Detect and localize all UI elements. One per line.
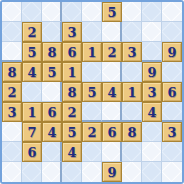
cell-r5c2[interactable] (22, 82, 42, 102)
cell-r7c5[interactable]: 2 (82, 122, 102, 142)
cell-r9c5[interactable] (82, 162, 102, 182)
cell-r8c8[interactable] (142, 142, 162, 162)
cell-r5c4[interactable]: 8 (62, 82, 82, 102)
cell-r9c3[interactable] (42, 162, 62, 182)
given-digit: 5 (87, 86, 96, 99)
given-digit: 6 (27, 146, 36, 159)
cell-r1c3[interactable] (42, 2, 62, 22)
cell-r7c6[interactable]: 6 (102, 122, 122, 142)
cell-r6c1[interactable]: 3 (2, 102, 22, 122)
given-digit: 1 (27, 106, 36, 119)
cell-r8c9[interactable] (162, 142, 182, 162)
cell-r8c1[interactable] (2, 142, 22, 162)
given-digit: 4 (107, 86, 116, 99)
cell-r5c5[interactable]: 5 (82, 82, 102, 102)
cell-r1c2[interactable] (22, 2, 42, 22)
cell-r5c6[interactable]: 4 (102, 82, 122, 102)
cell-r9c9[interactable] (162, 162, 182, 182)
cell-r2c1[interactable] (2, 22, 22, 42)
given-digit: 2 (27, 26, 36, 39)
cell-r2c9[interactable] (162, 22, 182, 42)
given-digit: 2 (67, 106, 76, 119)
cell-r9c8[interactable] (142, 162, 162, 182)
cell-r2c3[interactable] (42, 22, 62, 42)
given-digit: 3 (167, 126, 176, 139)
cell-r6c4[interactable]: 2 (62, 102, 82, 122)
given-digit: 2 (107, 46, 116, 59)
cell-r4c6[interactable] (102, 62, 122, 82)
cell-r2c4[interactable]: 3 (62, 22, 82, 42)
cell-r5c8[interactable]: 3 (142, 82, 162, 102)
cell-r9c4[interactable] (62, 162, 82, 182)
cell-r1c9[interactable] (162, 2, 182, 22)
given-digit: 1 (87, 46, 96, 59)
given-digit: 4 (67, 146, 76, 159)
sudoku-app: 5235861239845192854136316247452683649 (0, 0, 184, 184)
given-digit: 9 (167, 46, 176, 59)
cell-r7c7[interactable]: 8 (122, 122, 142, 142)
cell-r6c9[interactable] (162, 102, 182, 122)
cell-r8c2[interactable]: 6 (22, 142, 42, 162)
cell-r9c6[interactable]: 9 (102, 162, 122, 182)
cell-r6c8[interactable]: 4 (142, 102, 162, 122)
cell-r4c5[interactable] (82, 62, 102, 82)
cell-r2c7[interactable] (122, 22, 142, 42)
cell-r3c3[interactable]: 8 (42, 42, 62, 62)
cell-r6c3[interactable]: 6 (42, 102, 62, 122)
cell-r8c5[interactable] (82, 142, 102, 162)
cell-r3c2[interactable]: 5 (22, 42, 42, 62)
cell-r7c9[interactable]: 3 (162, 122, 182, 142)
cell-r3c4[interactable]: 6 (62, 42, 82, 62)
cell-r9c7[interactable] (122, 162, 142, 182)
given-digit: 6 (67, 46, 76, 59)
given-digit: 4 (147, 106, 156, 119)
cell-r9c1[interactable] (2, 162, 22, 182)
given-digit: 1 (67, 66, 76, 79)
given-digit: 8 (47, 46, 56, 59)
cell-r1c6[interactable]: 5 (102, 2, 122, 22)
given-digit: 5 (47, 66, 56, 79)
cell-r1c1[interactable] (2, 2, 22, 22)
cell-r8c7[interactable] (122, 142, 142, 162)
cell-r3c9[interactable]: 9 (162, 42, 182, 62)
cell-r4c7[interactable] (122, 62, 142, 82)
given-digit: 3 (127, 46, 136, 59)
given-digit: 5 (67, 126, 76, 139)
cell-r6c2[interactable]: 1 (22, 102, 42, 122)
cell-r4c1[interactable]: 8 (2, 62, 22, 82)
given-digit: 5 (107, 6, 116, 19)
cell-r5c1[interactable]: 2 (2, 82, 22, 102)
given-digit: 1 (127, 86, 136, 99)
given-digit: 2 (87, 126, 96, 139)
cell-r8c4[interactable]: 4 (62, 142, 82, 162)
cell-r2c5[interactable] (82, 22, 102, 42)
cell-r2c6[interactable] (102, 22, 122, 42)
cell-r4c4[interactable]: 1 (62, 62, 82, 82)
cell-r1c4[interactable] (62, 2, 82, 22)
given-digit: 8 (7, 66, 16, 79)
sudoku-board: 5235861239845192854136316247452683649 (0, 0, 184, 184)
given-digit: 9 (107, 166, 116, 179)
cell-r2c2[interactable]: 2 (22, 22, 42, 42)
cell-r1c8[interactable] (142, 2, 162, 22)
cell-r3c5[interactable]: 1 (82, 42, 102, 62)
cell-r2c8[interactable] (142, 22, 162, 42)
given-digit: 6 (167, 86, 176, 99)
cell-r4c3[interactable]: 5 (42, 62, 62, 82)
cell-r8c6[interactable] (102, 142, 122, 162)
given-digit: 4 (47, 126, 56, 139)
given-digit: 7 (27, 126, 36, 139)
cell-r5c7[interactable]: 1 (122, 82, 142, 102)
given-digit: 9 (147, 66, 156, 79)
given-digit: 8 (127, 126, 136, 139)
cell-r3c8[interactable] (142, 42, 162, 62)
given-digit: 4 (27, 66, 36, 79)
given-digit: 2 (7, 86, 16, 99)
given-digit: 6 (107, 126, 116, 139)
given-digit: 3 (147, 86, 156, 99)
given-digit: 8 (67, 86, 76, 99)
cell-r4c8[interactable]: 9 (142, 62, 162, 82)
cell-r6c5[interactable] (82, 102, 102, 122)
cell-r8c3[interactable] (42, 142, 62, 162)
cell-r5c3[interactable] (42, 82, 62, 102)
cell-r7c8[interactable] (142, 122, 162, 142)
cell-r7c2[interactable]: 7 (22, 122, 42, 142)
cell-r6c6[interactable] (102, 102, 122, 122)
cell-r3c7[interactable]: 3 (122, 42, 142, 62)
given-digit: 5 (27, 46, 36, 59)
given-digit: 6 (47, 106, 56, 119)
cell-r7c4[interactable]: 5 (62, 122, 82, 142)
cell-r4c9[interactable] (162, 62, 182, 82)
cell-r3c1[interactable] (2, 42, 22, 62)
cell-r1c5[interactable] (82, 2, 102, 22)
cell-r6c7[interactable] (122, 102, 142, 122)
cell-r5c9[interactable]: 6 (162, 82, 182, 102)
cell-r7c3[interactable]: 4 (42, 122, 62, 142)
given-digit: 3 (7, 106, 16, 119)
given-digit: 3 (67, 26, 76, 39)
cell-r4c2[interactable]: 4 (22, 62, 42, 82)
cell-r3c6[interactable]: 2 (102, 42, 122, 62)
cell-r1c7[interactable] (122, 2, 142, 22)
cell-r7c1[interactable] (2, 122, 22, 142)
cell-r9c2[interactable] (22, 162, 42, 182)
